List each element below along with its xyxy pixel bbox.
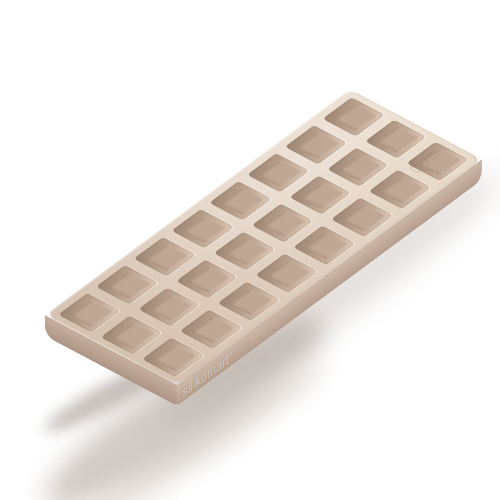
cavity-floor xyxy=(70,300,112,327)
cavity xyxy=(247,153,309,192)
registered-trademark-icon: ® xyxy=(229,349,233,359)
cavity-floor xyxy=(154,345,196,372)
cavity xyxy=(251,204,313,243)
cavity-floor xyxy=(112,322,154,349)
cavity xyxy=(369,170,431,209)
cavity xyxy=(172,209,234,248)
cavity-floor xyxy=(108,272,150,299)
cavity-floor xyxy=(146,244,188,271)
cavity xyxy=(289,176,351,215)
cavity-floor xyxy=(339,154,381,181)
cavity-floor xyxy=(150,294,192,321)
cavity-floor xyxy=(268,261,310,288)
cavity-floor xyxy=(259,160,301,187)
cavity xyxy=(180,310,242,349)
cavity xyxy=(143,338,205,377)
cavity xyxy=(365,120,427,159)
cavity xyxy=(285,125,347,164)
cavity-floor xyxy=(381,177,423,204)
cavity-floor xyxy=(226,238,268,265)
cavity-floor xyxy=(188,266,230,293)
cavity-floor xyxy=(297,132,339,159)
cavity xyxy=(100,316,162,355)
cavity xyxy=(256,254,318,293)
cavity xyxy=(134,237,196,276)
cavity xyxy=(214,232,276,271)
cavity-floor xyxy=(221,188,263,215)
cavity xyxy=(96,265,158,304)
cavity-floor xyxy=(184,216,226,243)
cavity xyxy=(138,288,200,327)
cavity xyxy=(323,97,385,136)
cavity-floor xyxy=(263,210,305,237)
cavity-floor xyxy=(343,205,385,232)
cavity-floor xyxy=(301,182,343,209)
mark-lines-icon xyxy=(426,151,440,160)
cavity-floor xyxy=(305,233,347,260)
cavity xyxy=(294,226,356,265)
cavity xyxy=(176,260,238,299)
cavity xyxy=(331,198,393,237)
cavity xyxy=(218,282,280,321)
cavity-floor xyxy=(192,317,234,344)
cavity xyxy=(58,293,120,332)
mark-circle-icon xyxy=(418,158,431,166)
cavity-floor xyxy=(230,289,272,316)
cavity-floor xyxy=(377,126,419,153)
product-photo-scene: silikomart® MADE IN ITALY xyxy=(0,0,500,500)
cavity-floor xyxy=(335,104,377,131)
cavity xyxy=(327,148,389,187)
cavity xyxy=(209,181,271,220)
